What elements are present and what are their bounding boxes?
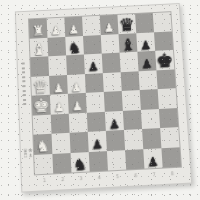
piece-white-pawn[interactable]: ♟ [104, 23, 115, 35]
coord-label: 7 [145, 171, 164, 178]
piece-white-pawn[interactable]: ♟ [71, 82, 82, 94]
square-b5[interactable] [101, 34, 120, 54]
square-a4[interactable] [82, 16, 101, 36]
square-f3[interactable] [69, 112, 88, 133]
square-c1[interactable] [30, 56, 49, 76]
coord-label: 5 [108, 173, 127, 180]
piece-black-pawn[interactable]: ♟ [140, 40, 151, 52]
square-d5[interactable] [103, 72, 122, 92]
square-g5[interactable] [106, 130, 125, 151]
chess-mat: ♜♟♟♟♛♝♞♝♟♟♟♚♛♟♟♚♟♟♟♞♟♞♟ 12345678 ♕♔♖♗ [15, 3, 192, 193]
square-f5[interactable]: ♟ [105, 110, 124, 131]
coord-label: 8 [163, 170, 182, 177]
square-e5[interactable] [104, 91, 123, 111]
piece-black-pawn[interactable]: ♟ [147, 156, 159, 168]
square-h8[interactable] [161, 147, 180, 168]
square-c2[interactable] [48, 55, 67, 75]
piece-black-pawn[interactable]: ♟ [88, 62, 99, 74]
square-e3[interactable]: ♟ [68, 93, 87, 113]
square-a5[interactable]: ♟ [100, 15, 119, 35]
coord-label: 3 [72, 175, 91, 182]
mat-brand-text [22, 62, 27, 106]
piece-black-pawn[interactable]: ♟ [109, 119, 120, 131]
square-h4[interactable] [89, 151, 108, 172]
square-c3[interactable] [66, 54, 85, 74]
square-a1[interactable]: ♜ [29, 19, 48, 39]
square-d3[interactable]: ♟ [67, 74, 86, 94]
crown-glyph: ♗ [28, 152, 33, 157]
square-b8[interactable] [154, 31, 173, 51]
piece-white-pawn[interactable]: ♟ [53, 83, 64, 95]
square-b6[interactable]: ♝ [118, 33, 137, 53]
square-g2[interactable] [52, 133, 71, 154]
piece-black-bishop[interactable]: ♝ [121, 37, 136, 53]
square-f8[interactable] [159, 108, 178, 128]
piece-white-bishop[interactable]: ♝ [32, 42, 47, 58]
square-d2[interactable]: ♟ [49, 75, 68, 95]
square-a7[interactable] [135, 13, 154, 33]
coord-label: 6 [126, 172, 145, 179]
square-d7[interactable] [139, 70, 158, 90]
square-a8[interactable] [153, 12, 172, 32]
square-c4[interactable]: ♟ [84, 54, 103, 74]
square-e4[interactable] [86, 92, 105, 112]
square-h6[interactable] [125, 149, 144, 170]
square-h3[interactable]: ♞ [71, 152, 90, 173]
square-d1[interactable]: ♛ [31, 75, 50, 95]
chess-board: ♜♟♟♟♛♝♞♝♟♟♟♚♛♟♟♚♟♟♟♞♟♞♟ [29, 12, 181, 174]
square-c6[interactable] [120, 52, 139, 72]
piece-white-pawn[interactable]: ♟ [54, 102, 65, 114]
square-d8[interactable] [156, 69, 175, 89]
square-g3[interactable] [70, 132, 89, 153]
square-b4[interactable] [83, 35, 102, 55]
square-h5[interactable] [107, 150, 126, 171]
piece-white-pawn[interactable]: ♟ [72, 101, 83, 113]
photo-scene: ♜♟♟♟♛♝♞♝♟♟♟♚♛♟♟♚♟♟♟♞♟♞♟ 12345678 ♕♔♖♗ [0, 0, 200, 200]
square-g8[interactable] [160, 127, 179, 148]
square-f2[interactable] [51, 113, 70, 134]
piece-white-pawn[interactable]: ♟ [51, 26, 62, 38]
piece-black-queen[interactable]: ♛ [118, 16, 135, 33]
square-b7[interactable]: ♟ [136, 32, 155, 52]
square-e6[interactable] [122, 90, 141, 110]
square-e7[interactable] [140, 89, 159, 109]
square-c8[interactable]: ♚ [155, 50, 174, 70]
square-b3[interactable]: ♞ [65, 36, 84, 56]
piece-black-knight[interactable]: ♞ [68, 41, 82, 56]
square-e2[interactable]: ♟ [50, 94, 69, 114]
coord-label: 4 [90, 174, 109, 181]
piece-white-queen[interactable]: ♛ [32, 78, 49, 96]
square-b1[interactable]: ♝ [30, 37, 49, 57]
square-f7[interactable] [141, 109, 160, 129]
square-a6[interactable]: ♛ [117, 14, 136, 34]
square-g6[interactable] [124, 129, 143, 150]
square-g4[interactable]: ♟ [88, 131, 107, 152]
piece-black-pawn[interactable]: ♟ [141, 59, 152, 71]
square-f4[interactable] [87, 111, 106, 132]
piece-white-pawn[interactable]: ♟ [68, 25, 79, 37]
square-a3[interactable]: ♟ [64, 17, 83, 37]
square-b2[interactable] [47, 36, 66, 56]
coord-label: 1 [35, 176, 54, 183]
square-c5[interactable] [102, 53, 121, 73]
square-f6[interactable] [123, 109, 142, 129]
square-d6[interactable] [121, 71, 140, 91]
square-g7[interactable] [142, 128, 161, 149]
square-g1[interactable]: ♞ [33, 134, 52, 155]
piece-black-knight[interactable]: ♞ [73, 157, 87, 172]
square-e1[interactable]: ♚ [32, 95, 51, 115]
square-f1[interactable] [33, 114, 52, 135]
piece-black-pawn[interactable]: ♟ [92, 139, 103, 151]
square-d4[interactable] [85, 73, 104, 93]
square-h2[interactable] [52, 153, 71, 174]
square-h7[interactable]: ♟ [143, 148, 162, 169]
coord-label: 2 [53, 176, 72, 183]
piece-white-knight[interactable]: ♞ [36, 139, 50, 154]
square-e8[interactable] [158, 88, 177, 108]
square-a2[interactable]: ♟ [47, 18, 66, 38]
piece-white-king[interactable]: ♚ [32, 96, 50, 115]
piece-black-king[interactable]: ♚ [156, 51, 174, 70]
crowns-logo-icon: ♕♔♖♗ [22, 148, 34, 158]
piece-white-rook[interactable]: ♜ [32, 25, 45, 38]
square-h1[interactable] [34, 153, 53, 174]
square-c7[interactable]: ♟ [137, 51, 156, 71]
